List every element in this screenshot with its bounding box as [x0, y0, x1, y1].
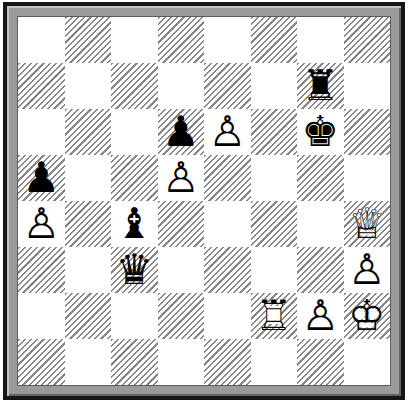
square-g3 — [297, 247, 344, 293]
square-d8 — [158, 17, 205, 63]
piece-white-pawn: ♙ — [344, 247, 391, 293]
piece-black-pawn: ♟ — [158, 109, 205, 155]
square-h5 — [344, 155, 391, 201]
piece-black-pawn: ♟ — [18, 155, 65, 201]
board-frame: ♜♟♟♙♚♟♟♙♟♙♝♛♕♛♟♙♜♖♟♙♚♔ — [3, 2, 405, 400]
square-f2: ♜♖ — [251, 293, 298, 339]
square-b3 — [65, 247, 112, 293]
square-g5 — [297, 155, 344, 201]
square-c5 — [111, 155, 158, 201]
chess-diagram: ♜♟♟♙♚♟♟♙♟♙♝♛♕♛♟♙♜♖♟♙♚♔ — [3, 2, 405, 400]
square-e6: ♟♙ — [204, 109, 251, 155]
piece-black-queen: ♛ — [111, 247, 158, 293]
square-d3 — [158, 247, 205, 293]
square-b2 — [65, 293, 112, 339]
square-d2 — [158, 293, 205, 339]
square-h2: ♚♔ — [344, 293, 391, 339]
square-e2 — [204, 293, 251, 339]
square-d4 — [158, 201, 205, 247]
piece-black-king: ♚ — [297, 109, 344, 155]
square-a8 — [18, 17, 65, 63]
square-d7 — [158, 63, 205, 109]
piece-black-rook: ♜ — [297, 63, 344, 109]
square-g6: ♚ — [297, 109, 344, 155]
square-f1 — [251, 339, 298, 385]
square-b6 — [65, 109, 112, 155]
piece-white-rook: ♖ — [251, 293, 298, 339]
square-b5 — [65, 155, 112, 201]
square-h8 — [344, 17, 391, 63]
piece-white-king: ♔ — [344, 293, 391, 339]
piece-white-pawn: ♙ — [297, 293, 344, 339]
square-f7 — [251, 63, 298, 109]
square-c4: ♝ — [111, 201, 158, 247]
piece-white-queen: ♕ — [344, 201, 391, 247]
square-g8 — [297, 17, 344, 63]
square-h7 — [344, 63, 391, 109]
square-c2 — [111, 293, 158, 339]
square-f3 — [251, 247, 298, 293]
square-h1 — [344, 339, 391, 385]
square-d5: ♟♙ — [158, 155, 205, 201]
square-e4 — [204, 201, 251, 247]
square-f4 — [251, 201, 298, 247]
square-a2 — [18, 293, 65, 339]
square-h6 — [344, 109, 391, 155]
square-b8 — [65, 17, 112, 63]
square-f6 — [251, 109, 298, 155]
square-f8 — [251, 17, 298, 63]
square-e3 — [204, 247, 251, 293]
square-d6: ♟ — [158, 109, 205, 155]
square-g4 — [297, 201, 344, 247]
square-b1 — [65, 339, 112, 385]
square-g2: ♟♙ — [297, 293, 344, 339]
piece-white-pawn: ♙ — [158, 155, 205, 201]
square-a1 — [18, 339, 65, 385]
chess-board: ♜♟♟♙♚♟♟♙♟♙♝♛♕♛♟♙♜♖♟♙♚♔ — [17, 16, 391, 386]
square-f5 — [251, 155, 298, 201]
square-g1 — [297, 339, 344, 385]
square-c3: ♛ — [111, 247, 158, 293]
square-a4: ♟♙ — [18, 201, 65, 247]
square-b4 — [65, 201, 112, 247]
square-c6 — [111, 109, 158, 155]
square-c7 — [111, 63, 158, 109]
square-e8 — [204, 17, 251, 63]
piece-white-pawn: ♙ — [204, 109, 251, 155]
square-b7 — [65, 63, 112, 109]
square-h4: ♛♕ — [344, 201, 391, 247]
square-e5 — [204, 155, 251, 201]
square-h3: ♟♙ — [344, 247, 391, 293]
square-a6 — [18, 109, 65, 155]
square-d1 — [158, 339, 205, 385]
piece-black-bishop: ♝ — [111, 201, 158, 247]
square-c1 — [111, 339, 158, 385]
square-c8 — [111, 17, 158, 63]
square-g7: ♜ — [297, 63, 344, 109]
square-a7 — [18, 63, 65, 109]
square-a3 — [18, 247, 65, 293]
square-a5: ♟ — [18, 155, 65, 201]
square-e1 — [204, 339, 251, 385]
square-e7 — [204, 63, 251, 109]
piece-white-pawn: ♙ — [18, 201, 65, 247]
